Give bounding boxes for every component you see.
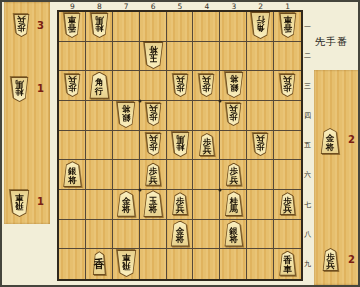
piece-sente-king[interactable]: 玉将 — [143, 190, 164, 217]
piece-gote-bishop[interactable]: 角行 — [250, 12, 271, 39]
piece-gote-knight[interactable]: 桂馬 — [90, 13, 109, 38]
piece-kanji: 角行 — [250, 12, 271, 39]
piece-kanji: 銀将 — [116, 102, 136, 128]
piece-kanji: 香 — [92, 251, 106, 275]
gote-hand-count-pawn: 3 — [37, 20, 44, 31]
piece-kanji: 歩兵 — [279, 74, 296, 97]
piece-kanji: 桂馬 — [171, 132, 190, 157]
rank-label: 六 — [302, 160, 313, 190]
piece-gote-pawn[interactable]: 歩兵 — [64, 74, 81, 97]
gote-captured-pieces-panel: 歩兵3桂馬1飛車1 — [4, 2, 50, 224]
piece-gote-silver[interactable]: 銀将 — [224, 72, 244, 98]
piece-sente-pawn[interactable]: 歩兵 — [198, 133, 215, 156]
gote-hand-count-rook: 1 — [37, 196, 44, 207]
piece-kanji: 桂馬 — [90, 13, 109, 38]
piece-sente-pawn[interactable]: 歩兵 — [322, 248, 339, 271]
piece-gote-silver[interactable]: 銀将 — [116, 102, 136, 128]
rank-label: 二 — [302, 42, 313, 72]
piece-sente-bishop[interactable]: 角行 — [89, 72, 110, 99]
piece-kanji: 歩兵 — [64, 74, 81, 97]
piece-kanji: 歩兵 — [252, 133, 269, 156]
piece-sente-silver[interactable]: 銀将 — [224, 221, 244, 247]
sente-hand-count-pawn: 2 — [348, 254, 355, 265]
shogi-board[interactable]: 香車桂馬角行香車玉将歩兵角行歩兵歩兵銀将歩兵銀将歩兵歩兵歩兵桂馬歩兵歩兵銀将歩兵… — [57, 10, 303, 281]
piece-kanji: 香車 — [63, 13, 81, 38]
piece-kanji: 香車 — [279, 251, 297, 276]
rank-label: 一 — [302, 12, 313, 42]
piece-kanji: 歩兵 — [145, 133, 162, 156]
sente-captured-pieces-panel: 金将2歩兵2 — [314, 70, 360, 285]
piece-kanji: 銀将 — [224, 221, 244, 247]
piece-kanji: 玉将 — [143, 42, 164, 69]
piece-sente-pawn[interactable]: 歩兵 — [225, 163, 242, 186]
piece-kanji: 歩兵 — [198, 133, 215, 156]
piece-kanji: 歩兵 — [198, 74, 215, 97]
rank-label: 七 — [302, 190, 313, 220]
rank-label: 三 — [302, 71, 313, 101]
piece-gote-pawn[interactable]: 歩兵 — [279, 74, 296, 97]
piece-gote-pawn[interactable]: 歩兵 — [145, 103, 162, 126]
piece-kanji: 角行 — [89, 72, 110, 99]
piece-sente-gold[interactable]: 金将 — [320, 128, 340, 154]
turn-indicator: 先手番 — [315, 35, 360, 49]
piece-gote-lance[interactable]: 香車 — [279, 13, 297, 38]
piece-kanji: 飛車 — [9, 190, 30, 217]
piece-gote-pawn[interactable]: 歩兵 — [252, 133, 269, 156]
piece-kanji: 桂馬 — [10, 77, 29, 102]
piece-gote-knight[interactable]: 桂馬 — [171, 132, 190, 157]
piece-gote-pawn[interactable]: 歩兵 — [198, 74, 215, 97]
sente-hand-count-gold: 2 — [348, 134, 355, 145]
piece-gote-knight[interactable]: 桂馬 — [10, 77, 29, 102]
piece-kanji: 玉将 — [143, 190, 164, 217]
piece-gote-pawn[interactable]: 歩兵 — [13, 14, 30, 37]
piece-sente-lance[interactable]: 香車 — [279, 251, 297, 276]
piece-kanji: 飛車 — [116, 250, 137, 277]
piece-gote-rook[interactable]: 飛車 — [9, 190, 30, 217]
rank-label: 九 — [302, 249, 313, 279]
piece-kanji: 金将 — [170, 221, 190, 247]
rank-labels: 一二三四五六七八九 — [302, 12, 313, 279]
piece-sente-pawn[interactable]: 歩兵 — [145, 163, 162, 186]
piece-kanji: 歩兵 — [279, 192, 296, 215]
piece-sente-gold[interactable]: 金将 — [116, 191, 136, 217]
piece-kanji: 桂馬 — [224, 191, 243, 216]
piece-gote-pawn[interactable]: 歩兵 — [145, 133, 162, 156]
piece-kanji: 銀将 — [62, 161, 82, 187]
rank-label: 五 — [302, 131, 313, 161]
piece-gote-lance[interactable]: 香車 — [63, 13, 81, 38]
piece-kanji: 歩兵 — [145, 163, 162, 186]
piece-kanji: 香車 — [279, 13, 297, 38]
piece-sente-gold[interactable]: 金将 — [170, 221, 190, 247]
piece-sente-lance[interactable]: 香 — [92, 251, 106, 275]
piece-kanji: 歩兵 — [145, 103, 162, 126]
piece-sente-knight[interactable]: 桂馬 — [224, 191, 243, 216]
shogi-app-window: 歩兵3桂馬1飛車1 987654321 香車桂馬角行香車玉将歩兵角行歩兵歩兵銀将… — [0, 0, 360, 287]
pieces-layer: 香車桂馬角行香車玉将歩兵角行歩兵歩兵銀将歩兵銀将歩兵歩兵歩兵桂馬歩兵歩兵銀将歩兵… — [59, 12, 301, 279]
piece-kanji: 歩兵 — [225, 103, 242, 126]
piece-gote-king[interactable]: 玉将 — [143, 42, 164, 69]
piece-sente-silver[interactable]: 銀将 — [62, 161, 82, 187]
piece-sente-pawn[interactable]: 歩兵 — [172, 192, 189, 215]
piece-gote-pawn[interactable]: 歩兵 — [225, 103, 242, 126]
piece-gote-rook[interactable]: 飛車 — [116, 250, 137, 277]
rank-label: 四 — [302, 101, 313, 131]
piece-gote-pawn[interactable]: 歩兵 — [172, 74, 189, 97]
piece-kanji: 歩兵 — [322, 248, 339, 271]
gote-hand-count-knight: 1 — [37, 83, 44, 94]
piece-kanji: 金将 — [116, 191, 136, 217]
piece-kanji: 銀将 — [224, 72, 244, 98]
piece-kanji: 歩兵 — [172, 192, 189, 215]
piece-kanji: 金将 — [320, 128, 340, 154]
piece-sente-pawn[interactable]: 歩兵 — [279, 192, 296, 215]
piece-kanji: 歩兵 — [225, 163, 242, 186]
piece-kanji: 歩兵 — [172, 74, 189, 97]
rank-label: 八 — [302, 220, 313, 250]
piece-kanji: 歩兵 — [13, 14, 30, 37]
